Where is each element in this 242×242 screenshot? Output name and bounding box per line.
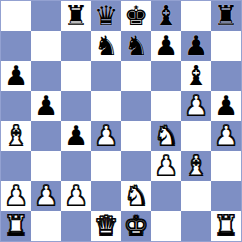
square-c8[interactable]: ♜ <box>61 1 91 31</box>
piece-black-rook[interactable]: ♜ <box>214 1 238 31</box>
piece-black-rook[interactable]: ♜ <box>64 1 88 31</box>
square-c6[interactable] <box>61 61 91 91</box>
square-b2[interactable]: ♟ <box>31 181 61 211</box>
square-e1[interactable]: ♚ <box>121 211 151 241</box>
piece-black-knight[interactable]: ♞ <box>124 31 148 61</box>
square-e6[interactable] <box>121 61 151 91</box>
square-c7[interactable] <box>61 31 91 61</box>
square-h8[interactable]: ♜ <box>211 1 241 31</box>
square-d3[interactable] <box>91 151 121 181</box>
square-e7[interactable]: ♞ <box>121 31 151 61</box>
piece-white-rook[interactable]: ♜ <box>214 211 238 241</box>
square-g7[interactable]: ♟ <box>181 31 211 61</box>
piece-white-pawn[interactable]: ♟ <box>214 121 238 151</box>
square-a4[interactable]: ♝ <box>1 121 31 151</box>
square-b7[interactable] <box>31 31 61 61</box>
square-b6[interactable] <box>31 61 61 91</box>
square-c1[interactable] <box>61 211 91 241</box>
square-h3[interactable] <box>211 151 241 181</box>
piece-white-king[interactable]: ♚ <box>124 211 148 241</box>
square-g5[interactable]: ♟ <box>181 91 211 121</box>
piece-black-pawn[interactable]: ♟ <box>214 91 238 121</box>
square-g2[interactable] <box>181 181 211 211</box>
square-d7[interactable]: ♞ <box>91 31 121 61</box>
square-e2[interactable]: ♞ <box>121 181 151 211</box>
square-f4[interactable]: ♞ <box>151 121 181 151</box>
square-d8[interactable]: ♛ <box>91 1 121 31</box>
square-a8[interactable] <box>1 1 31 31</box>
piece-black-bishop[interactable]: ♝ <box>184 61 208 91</box>
piece-black-queen[interactable]: ♛ <box>94 1 118 31</box>
piece-black-pawn[interactable]: ♟ <box>64 121 88 151</box>
square-g1[interactable] <box>181 211 211 241</box>
chess-board: ♜♛♚♝♜♞♞♟♟♟♝♟♟♟♝♟♟♞♟♟♝♟♟♟♞♜♛♚♜ <box>0 0 242 242</box>
piece-black-pawn[interactable]: ♟ <box>4 61 28 91</box>
square-c5[interactable] <box>61 91 91 121</box>
square-h2[interactable] <box>211 181 241 211</box>
square-h4[interactable]: ♟ <box>211 121 241 151</box>
square-g4[interactable] <box>181 121 211 151</box>
square-g3[interactable]: ♝ <box>181 151 211 181</box>
piece-white-bishop[interactable]: ♝ <box>4 121 28 151</box>
square-f8[interactable]: ♝ <box>151 1 181 31</box>
square-h1[interactable]: ♜ <box>211 211 241 241</box>
square-b8[interactable] <box>31 1 61 31</box>
square-a7[interactable] <box>1 31 31 61</box>
square-e8[interactable]: ♚ <box>121 1 151 31</box>
piece-white-pawn[interactable]: ♟ <box>64 181 88 211</box>
square-e4[interactable] <box>121 121 151 151</box>
square-b5[interactable]: ♟ <box>31 91 61 121</box>
piece-white-pawn[interactable]: ♟ <box>94 121 118 151</box>
square-a1[interactable]: ♜ <box>1 211 31 241</box>
square-h7[interactable] <box>211 31 241 61</box>
piece-white-knight[interactable]: ♞ <box>154 121 178 151</box>
square-b1[interactable] <box>31 211 61 241</box>
square-d6[interactable] <box>91 61 121 91</box>
square-b3[interactable] <box>31 151 61 181</box>
square-c2[interactable]: ♟ <box>61 181 91 211</box>
square-d5[interactable] <box>91 91 121 121</box>
piece-black-knight[interactable]: ♞ <box>94 31 118 61</box>
square-h6[interactable] <box>211 61 241 91</box>
piece-white-bishop[interactable]: ♝ <box>184 151 208 181</box>
piece-white-rook[interactable]: ♜ <box>4 211 28 241</box>
square-g6[interactable]: ♝ <box>181 61 211 91</box>
square-f2[interactable] <box>151 181 181 211</box>
piece-white-pawn[interactable]: ♟ <box>154 151 178 181</box>
square-a3[interactable] <box>1 151 31 181</box>
square-e3[interactable] <box>121 151 151 181</box>
square-f6[interactable] <box>151 61 181 91</box>
square-g8[interactable] <box>181 1 211 31</box>
piece-white-queen[interactable]: ♛ <box>94 211 118 241</box>
square-c3[interactable] <box>61 151 91 181</box>
square-f3[interactable]: ♟ <box>151 151 181 181</box>
piece-white-pawn[interactable]: ♟ <box>184 91 208 121</box>
piece-black-king[interactable]: ♚ <box>124 1 148 31</box>
square-f7[interactable]: ♟ <box>151 31 181 61</box>
piece-black-bishop[interactable]: ♝ <box>154 1 178 31</box>
piece-black-pawn[interactable]: ♟ <box>184 31 208 61</box>
square-b4[interactable] <box>31 121 61 151</box>
square-a6[interactable]: ♟ <box>1 61 31 91</box>
square-f1[interactable] <box>151 211 181 241</box>
square-d4[interactable]: ♟ <box>91 121 121 151</box>
piece-white-pawn[interactable]: ♟ <box>4 181 28 211</box>
square-a2[interactable]: ♟ <box>1 181 31 211</box>
square-c4[interactable]: ♟ <box>61 121 91 151</box>
piece-black-pawn[interactable]: ♟ <box>34 91 58 121</box>
square-f5[interactable] <box>151 91 181 121</box>
square-d2[interactable] <box>91 181 121 211</box>
square-d1[interactable]: ♛ <box>91 211 121 241</box>
square-e5[interactable] <box>121 91 151 121</box>
piece-black-pawn[interactable]: ♟ <box>154 31 178 61</box>
piece-white-pawn[interactable]: ♟ <box>34 181 58 211</box>
square-h5[interactable]: ♟ <box>211 91 241 121</box>
square-a5[interactable] <box>1 91 31 121</box>
piece-white-knight[interactable]: ♞ <box>124 181 148 211</box>
